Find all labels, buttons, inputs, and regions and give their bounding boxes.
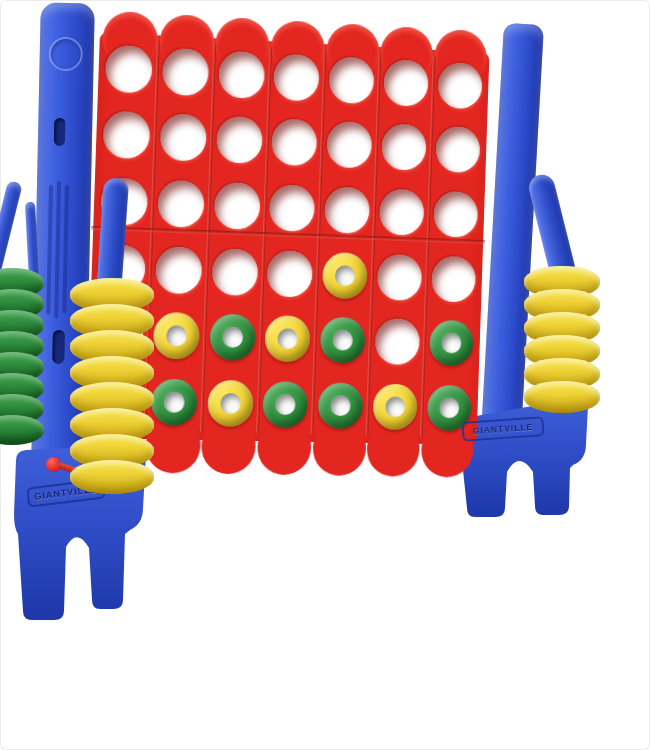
board-cell-r5c7[interactable]	[423, 310, 479, 376]
board-cell-r5c4[interactable]	[259, 306, 316, 373]
empty-hole	[274, 53, 320, 101]
disc-center-hole	[333, 330, 354, 351]
yellow-disc	[207, 380, 254, 427]
board-cell-r3c3[interactable]	[208, 172, 266, 240]
board-cell-r5c5[interactable]	[314, 307, 371, 374]
stack-left-green	[0, 268, 44, 445]
green-spare-disc	[0, 415, 44, 445]
empty-hole	[160, 114, 207, 163]
yellow-spare-disc	[524, 381, 600, 413]
green-disc	[320, 317, 366, 364]
post-groove	[46, 185, 53, 315]
disc-center-hole	[278, 329, 299, 350]
board-cell-r6c3[interactable]	[201, 370, 259, 437]
empty-hole	[377, 254, 423, 301]
yellow-disc	[372, 384, 418, 431]
empty-hole	[383, 59, 429, 107]
green-disc	[429, 320, 474, 367]
board-cell-r3c6[interactable]	[373, 179, 429, 246]
board-cell-r4c4[interactable]	[261, 240, 318, 307]
disc-center-hole	[166, 326, 187, 347]
empty-hole	[374, 319, 420, 366]
board-cell-r4c7[interactable]	[425, 246, 481, 312]
green-disc	[318, 382, 364, 429]
board-cell-r6c6[interactable]	[367, 374, 423, 440]
empty-hole	[431, 255, 476, 302]
disc-center-hole	[441, 333, 461, 354]
yellow-disc	[153, 312, 200, 360]
board-cell-r3c5[interactable]	[319, 177, 376, 244]
board-cell-r4c2[interactable]	[150, 236, 209, 304]
stack-right-yellow	[524, 266, 600, 413]
empty-hole	[435, 126, 480, 173]
empty-hole	[379, 189, 425, 236]
board-cell-r4c3[interactable]	[206, 238, 264, 306]
board-cell-r3c4[interactable]	[264, 174, 321, 242]
empty-hole	[437, 62, 482, 110]
board-cell-r1c5[interactable]	[323, 46, 380, 114]
post-groove	[54, 181, 61, 319]
post-emboss-circle	[48, 37, 83, 72]
disc-center-hole	[330, 395, 351, 416]
green-disc	[262, 381, 309, 428]
disc-center-hole	[220, 393, 241, 414]
empty-hole	[326, 121, 372, 169]
board-cell-r2c6[interactable]	[376, 114, 432, 181]
left-green-holder-pole	[0, 180, 23, 281]
disc-center-hole	[164, 392, 185, 413]
yellow-spare-disc	[70, 460, 154, 494]
board-cell-r1c7[interactable]	[432, 52, 488, 119]
board-cell-r1c3[interactable]	[213, 40, 271, 108]
empty-hole	[324, 186, 370, 234]
empty-hole	[267, 250, 313, 298]
board-cell-r2c2[interactable]	[154, 104, 212, 173]
green-disc	[209, 314, 256, 362]
empty-hole	[103, 111, 151, 160]
board-cell-r2c3[interactable]	[210, 106, 268, 174]
empty-hole	[381, 124, 427, 172]
board-cell-r1c4[interactable]	[268, 43, 325, 111]
disc-center-hole	[385, 397, 405, 418]
empty-hole	[162, 47, 209, 96]
board-cell-r2c4[interactable]	[266, 109, 323, 177]
board-cell-r2c7[interactable]	[430, 116, 486, 183]
empty-hole	[329, 56, 375, 104]
disc-center-hole	[335, 265, 356, 286]
empty-hole	[271, 119, 317, 167]
empty-hole	[214, 182, 261, 230]
board-cell-r3c7[interactable]	[428, 181, 484, 248]
yellow-disc	[265, 315, 312, 362]
board-cell-r1c2[interactable]	[156, 37, 214, 106]
empty-hole	[269, 184, 315, 232]
empty-hole	[155, 246, 202, 294]
yellow-disc	[322, 252, 368, 299]
board-cell-r4c5[interactable]	[317, 242, 374, 309]
disc-center-hole	[275, 394, 296, 415]
empty-hole	[157, 180, 204, 228]
board-cell-r1c6[interactable]	[378, 49, 434, 116]
disc-center-hole	[439, 398, 459, 419]
empty-hole	[105, 44, 153, 93]
board-cell-r6c4[interactable]	[257, 371, 314, 438]
post-slot-hole	[52, 330, 65, 364]
board-cell-r5c6[interactable]	[369, 309, 425, 375]
board-cell-r1c1[interactable]	[100, 34, 159, 103]
board-cell-r3c2[interactable]	[152, 170, 211, 238]
post-slot-hole	[54, 118, 66, 146]
product-photo-connect-four: GIANTVILLE GIANTVILLE	[0, 0, 650, 750]
board-cell-r2c5[interactable]	[321, 111, 378, 179]
board-cell-r6c5[interactable]	[312, 373, 369, 439]
green-disc	[151, 379, 198, 427]
board-cell-r2c1[interactable]	[97, 101, 156, 170]
board-cell-r5c2[interactable]	[147, 302, 206, 370]
board-cell-r4c6[interactable]	[371, 244, 427, 311]
post-groove	[62, 185, 69, 313]
empty-hole	[216, 116, 263, 164]
disc-center-hole	[222, 327, 243, 348]
empty-hole	[211, 248, 258, 296]
empty-hole	[218, 50, 265, 99]
stack-left-yellow	[70, 278, 154, 494]
empty-hole	[433, 191, 478, 238]
board-cell-r5c3[interactable]	[204, 304, 262, 371]
